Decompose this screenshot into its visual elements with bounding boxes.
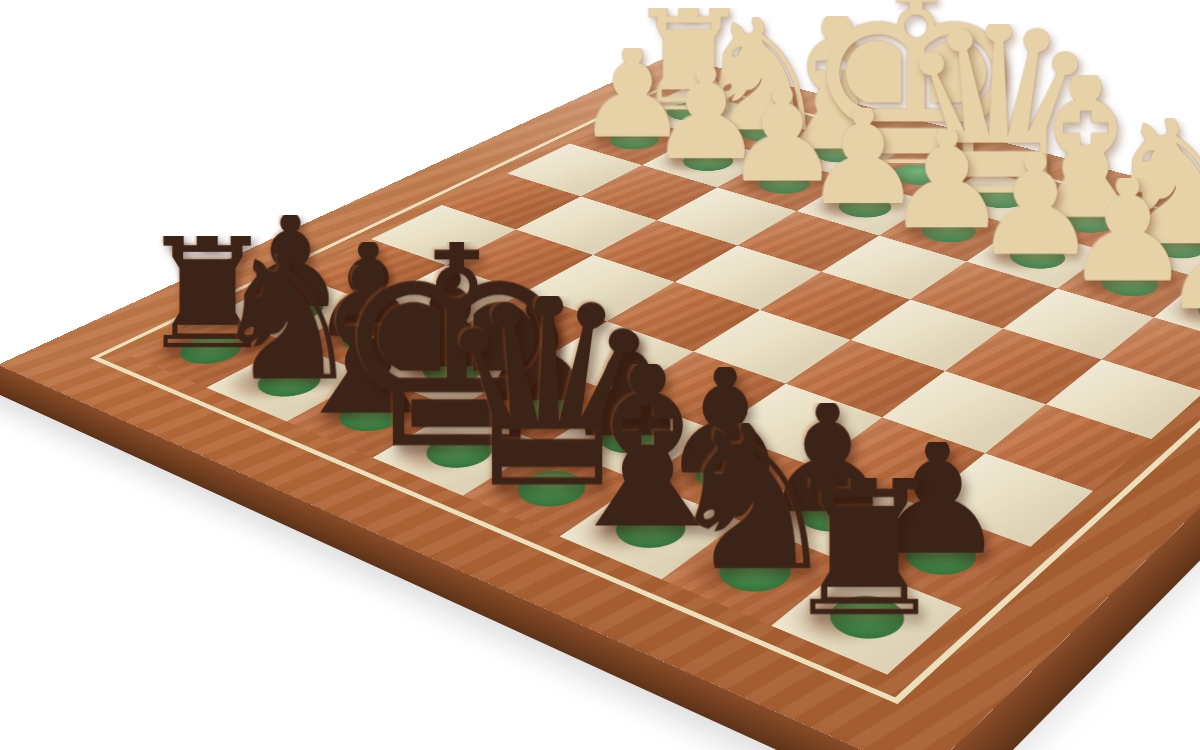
product-photo: ♜♞♝♛♚♝♞♜♟♟♟♟♟♟♟♟♟♟♟♟♟♟♟♟♜♞♝♛♚♝♞♜ [0,0,1200,750]
rook-glyph: ♜ [647,477,1081,619]
board: ♜♞♝♛♚♝♞♜♟♟♟♟♟♟♟♟♟♟♟♟♟♟♟♟♜♞♝♛♚♝♞♜ [0,55,1200,750]
scene: ♜♞♝♛♚♝♞♜♟♟♟♟♟♟♟♟♟♟♟♟♟♟♟♟♜♞♝♛♚♝♞♜ [0,0,1200,750]
piece-black-rook-a8[interactable]: ♜ [647,477,1081,619]
piece-white-pawn-a2[interactable]: ♟ [1055,203,1200,313]
pawn-glyph: ♟ [1055,203,1200,313]
